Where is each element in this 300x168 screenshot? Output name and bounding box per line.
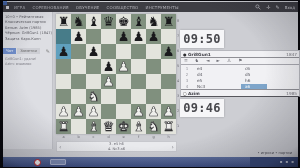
white-knight-g1: ♞ xyxy=(148,119,160,134)
white-player-name: Azim xyxy=(188,91,200,96)
move-toolbar: ≡♞◄►♙⚑ xyxy=(181,58,299,65)
square-b7[interactable]: ♟ xyxy=(71,29,86,44)
black-move[interactable]: h6 xyxy=(241,78,289,83)
user-menu[interactable]: Вход xyxy=(285,5,295,10)
black-knight-g8: ♞ xyxy=(148,14,160,29)
tray-icon-1: ▪ xyxy=(280,160,283,164)
square-a5[interactable] xyxy=(56,59,71,74)
challenge-icon[interactable]: ✛ xyxy=(266,5,270,10)
chat-tabs: Чат Заметки ✎ xyxy=(3,47,52,55)
black-move[interactable]: c6 xyxy=(241,66,289,71)
square-e4[interactable] xyxy=(116,74,131,89)
white-pawn-h2: ♟ xyxy=(163,104,175,119)
square-h4[interactable] xyxy=(161,74,176,89)
square-f6[interactable] xyxy=(131,44,146,59)
square-b4[interactable] xyxy=(71,74,86,89)
file-label-c: c xyxy=(86,135,101,140)
square-c6[interactable]: ♟ xyxy=(86,44,101,59)
move-toolbar-icon-1[interactable]: ≡ xyxy=(184,59,188,64)
black-player-rating: 1847 xyxy=(286,52,297,57)
game-info-line: Защита Каро-Канн xyxy=(5,37,50,42)
square-h5[interactable] xyxy=(161,59,176,74)
file-label-g: g xyxy=(146,135,161,140)
white-pawn-g2: ♟ xyxy=(148,104,160,119)
square-e5[interactable]: ♟ xyxy=(116,59,131,74)
top-menu-bar: ИГРАСОРЕВНОВАНИЯОБУЧЕНИЕСООБЩЕСТВОИНСТРУ… xyxy=(3,2,298,12)
black-bishop-f8: ♝ xyxy=(133,14,145,29)
white-bishop-f1: ♝ xyxy=(133,119,145,134)
move-toolbar-icon-6[interactable]: ⚑ xyxy=(238,59,242,64)
move-row: 1e4c6 xyxy=(181,65,299,71)
square-g7[interactable]: ♟ xyxy=(146,29,161,44)
white-pawn-a2: ♟ xyxy=(58,104,70,119)
file-label-f: f xyxy=(131,135,146,140)
square-c2[interactable]: ♟ xyxy=(86,104,101,119)
black-bishop-c8: ♝ xyxy=(88,14,100,29)
black-move[interactable]: a6 xyxy=(241,84,267,89)
black-pawn-a6: ♟ xyxy=(58,44,70,59)
square-f1[interactable]: ♝ xyxy=(131,119,146,134)
rank-label-1: 1 xyxy=(177,119,179,134)
square-g2[interactable]: ♟ xyxy=(146,104,161,119)
move-number: 2 xyxy=(181,72,193,77)
chat-messages: Gri8Gun1: удачи!Azim: взаимно xyxy=(3,55,52,69)
white-king-e1: ♚ xyxy=(118,119,130,134)
square-f8[interactable]: ♝ xyxy=(131,14,146,29)
white-player-color-icon: ● xyxy=(183,91,187,96)
white-rook-a1: ♜ xyxy=(58,119,70,134)
white-pawn-b2: ♟ xyxy=(73,104,85,119)
monitor-photo: ИГРАСОРЕВНОВАНИЯОБУЧЕНИЕСООБЩЕСТВОИНСТРУ… xyxy=(0,0,300,168)
square-e6[interactable] xyxy=(116,44,131,59)
rank-label-5: 5 xyxy=(177,59,179,74)
rank-labels: 87654321 xyxy=(177,14,179,134)
white-pawn-e5: ♟ xyxy=(118,59,130,74)
black-player-name: Gri8Gun1 xyxy=(188,52,211,57)
menu-item-1[interactable]: ИГРА xyxy=(14,5,25,10)
chat-message: Azim: взаимно xyxy=(5,62,50,67)
square-h2[interactable]: ♟ xyxy=(161,104,176,119)
taskbar-window-button[interactable] xyxy=(50,159,66,165)
square-g4[interactable] xyxy=(146,74,161,89)
left-sidebar: 10+0 • РейтинговаяКлассическая партияБел… xyxy=(3,12,53,149)
move-toolbar-icon-5[interactable]: ♙ xyxy=(227,59,231,64)
pencil-icon[interactable]: ✎ xyxy=(46,48,50,54)
status-text: • игроки • партии xyxy=(258,151,292,155)
black-pawn-f7: ♟ xyxy=(133,29,145,44)
game-info-line: Чёрные: Gri8Gun1 (1847) xyxy=(5,31,50,36)
square-d2[interactable] xyxy=(101,104,116,119)
system-tray: ▪▪▪ xyxy=(250,157,298,167)
file-labels: abcdefgh xyxy=(56,135,176,140)
white-bishop-c1: ♝ xyxy=(88,119,100,134)
black-clock: 09:50 xyxy=(180,30,224,48)
menu-item-5[interactable]: ИНСТРУМЕНТЫ xyxy=(145,5,178,10)
tray-icon-2: ▪ xyxy=(286,160,289,164)
square-e7[interactable]: ♟ xyxy=(116,29,131,44)
square-b3[interactable] xyxy=(71,89,86,104)
square-a3[interactable] xyxy=(56,89,71,104)
black-rook-h8: ♜ xyxy=(163,14,175,29)
nav-move-line: 4. Nc3 a6 xyxy=(63,147,169,152)
square-g1[interactable]: ♞ xyxy=(146,119,161,134)
white-player-rating: 1985 xyxy=(286,91,297,96)
square-d3[interactable] xyxy=(101,89,116,104)
square-a4[interactable] xyxy=(56,74,71,89)
square-g6[interactable] xyxy=(146,44,161,59)
square-h8[interactable]: ♜ xyxy=(161,14,176,29)
screen-glare xyxy=(3,1,7,5)
move-number: 1 xyxy=(181,66,193,71)
rank-label-7: 7 xyxy=(177,29,179,44)
rank-label-3: 3 xyxy=(177,89,179,104)
white-move[interactable]: d4 xyxy=(193,72,241,77)
white-pawn-c2: ♟ xyxy=(88,104,100,119)
black-queen-d8: ♛ xyxy=(103,14,115,29)
move-number: 4 xyxy=(181,84,193,89)
white-knight-c3: ♞ xyxy=(88,89,100,104)
square-d4[interactable]: ♟ xyxy=(101,74,116,89)
black-rook-a8: ♜ xyxy=(58,14,70,29)
topbar-right: ✛ ✎ Вход xyxy=(255,4,295,10)
screen-content: ИГРАСОРЕВНОВАНИЯОБУЧЕНИЕСООБЩЕСТВОИНСТРУ… xyxy=(3,1,298,166)
menu-item-2[interactable]: СОРЕВНОВАНИЯ xyxy=(32,5,68,10)
white-move[interactable]: e4 xyxy=(193,66,241,71)
move-toolbar-icon-4[interactable]: ► xyxy=(217,59,221,64)
file-label-h: h xyxy=(161,135,176,140)
tab-chat[interactable]: Чат xyxy=(3,48,16,55)
square-b5[interactable] xyxy=(71,59,86,74)
move-panel: ● Gri8Gun1 1847 ≡♞◄►♙⚑ 1e4c62d4d53e5h64N… xyxy=(180,50,300,97)
square-e2[interactable] xyxy=(116,104,131,119)
move-row: 2d4d5 xyxy=(181,71,299,77)
white-clock: 09:46 xyxy=(180,99,224,117)
square-c7[interactable] xyxy=(86,29,101,44)
square-f5[interactable] xyxy=(131,59,146,74)
menu-item-4[interactable]: СООБЩЕСТВО xyxy=(107,5,139,10)
opera-browser-icon[interactable] xyxy=(34,159,41,166)
black-knight-b8: ♞ xyxy=(73,14,85,29)
black-pawn-b7: ♟ xyxy=(73,29,85,44)
white-player-bar[interactable]: ● Azim 1985 xyxy=(181,89,299,96)
black-pawn-g7: ♟ xyxy=(148,29,160,44)
board-nav-strip: ‹ 3. e5 h64. Nc3 a6 › xyxy=(56,141,177,152)
site-logo-icon xyxy=(6,6,9,9)
square-h1[interactable]: ♜ xyxy=(161,119,176,134)
square-b2[interactable]: ♟ xyxy=(71,104,86,119)
square-d5[interactable]: ♟ xyxy=(101,59,116,74)
file-label-b: b xyxy=(71,135,86,140)
square-f4[interactable] xyxy=(131,74,146,89)
square-f3[interactable] xyxy=(131,89,146,104)
search-icon[interactable] xyxy=(255,4,261,10)
square-h6[interactable]: ♟ xyxy=(161,44,176,59)
rank-label-2: 2 xyxy=(177,104,179,119)
square-b1[interactable] xyxy=(71,119,86,134)
square-e3[interactable] xyxy=(116,89,131,104)
square-c5[interactable] xyxy=(86,59,101,74)
square-b6[interactable] xyxy=(71,44,86,59)
square-f7[interactable]: ♟ xyxy=(131,29,146,44)
menu-item-3[interactable]: ОБУЧЕНИЕ xyxy=(76,5,100,10)
move-list: 1e4c62d4d53e5h64Nc3a6 xyxy=(181,65,299,89)
square-d1[interactable]: ♛ xyxy=(101,119,116,134)
square-e8[interactable]: ♚ xyxy=(116,14,131,29)
main-menu: ИГРАСОРЕВНОВАНИЯОБУЧЕНИЕСООБЩЕСТВОИНСТРУ… xyxy=(14,5,186,10)
move-row: 3e5h6 xyxy=(181,77,299,83)
game-info: 10+0 • РейтинговаяКлассическая партияБел… xyxy=(3,12,52,44)
white-queen-d1: ♛ xyxy=(103,119,115,134)
square-f2[interactable]: ♟ xyxy=(131,104,146,119)
square-c3[interactable]: ♞ xyxy=(86,89,101,104)
move-toolbar-icon-3[interactable]: ◄ xyxy=(206,59,210,64)
square-c8[interactable]: ♝ xyxy=(86,14,101,29)
move-toolbar-icon-2[interactable]: ♞ xyxy=(195,59,199,64)
square-d8[interactable]: ♛ xyxy=(101,14,116,29)
black-move[interactable]: d5 xyxy=(241,72,289,77)
file-label-e: e xyxy=(116,135,131,140)
square-d6[interactable] xyxy=(101,44,116,59)
square-h7[interactable] xyxy=(161,29,176,44)
square-c1[interactable]: ♝ xyxy=(86,119,101,134)
tray-icon-3: ▪ xyxy=(291,160,294,164)
black-king-e8: ♚ xyxy=(118,14,130,29)
square-g3[interactable] xyxy=(146,89,161,104)
white-move[interactable]: Nc3 xyxy=(193,84,241,89)
chess-board: ♜♞♝♛♚♝♞♜♟♟♟♟♟♟♟♟♟♟♞♟♟♟♟♟♟♜♝♛♚♝♞♜ xyxy=(56,14,176,134)
white-pawn-f2: ♟ xyxy=(133,104,145,119)
square-a8[interactable]: ♜ xyxy=(56,14,71,29)
black-pawn-h6: ♟ xyxy=(163,44,175,59)
square-a2[interactable]: ♟ xyxy=(56,104,71,119)
white-pawn-d4: ♟ xyxy=(103,74,115,89)
square-g5[interactable] xyxy=(146,59,161,74)
square-c4[interactable] xyxy=(86,74,101,89)
square-a7[interactable] xyxy=(56,29,71,44)
square-e1[interactable]: ♚ xyxy=(116,119,131,134)
square-d7[interactable] xyxy=(101,29,116,44)
next-move-button[interactable]: › xyxy=(170,144,176,150)
rank-label-4: 4 xyxy=(177,74,179,89)
square-g8[interactable]: ♞ xyxy=(146,14,161,29)
white-rook-h1: ♜ xyxy=(163,119,175,134)
last-moves-text: 3. e5 h64. Nc3 a6 xyxy=(63,142,169,151)
black-pawn-d5: ♟ xyxy=(103,59,115,74)
move-number: 3 xyxy=(181,78,193,83)
black-player-color-icon: ● xyxy=(183,52,187,57)
rank-label-8: 8 xyxy=(177,14,179,29)
square-a1[interactable]: ♜ xyxy=(56,119,71,134)
square-h3[interactable] xyxy=(161,89,176,104)
white-move[interactable]: e5 xyxy=(193,78,241,83)
square-a6[interactable]: ♟ xyxy=(56,44,71,59)
notes-icon[interactable]: ✎ xyxy=(275,5,279,10)
rank-label-6: 6 xyxy=(177,44,179,59)
square-b8[interactable]: ♞ xyxy=(71,14,86,29)
black-pawn-e7: ♟ xyxy=(118,29,130,44)
black-pawn-c6: ♟ xyxy=(88,44,100,59)
file-label-d: d xyxy=(101,135,116,140)
file-label-a: a xyxy=(56,135,71,140)
black-player-bar[interactable]: ● Gri8Gun1 1847 xyxy=(181,51,299,58)
tab-notes[interactable]: Заметки xyxy=(17,48,40,55)
